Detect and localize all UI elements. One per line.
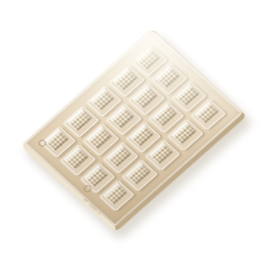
cavity-well — [110, 106, 135, 129]
cavity-well — [136, 48, 161, 71]
cavity-well — [64, 147, 89, 170]
cavity-well — [175, 84, 200, 107]
cavity-well — [133, 86, 158, 109]
cavity-well — [149, 142, 174, 165]
mold-cavity-grid — [24, 29, 244, 226]
cavity-well — [126, 162, 151, 185]
cavity-well — [155, 66, 180, 89]
cavity-well — [87, 127, 112, 150]
cavity-well — [194, 102, 219, 125]
cavity-well — [106, 144, 131, 167]
cavity-well — [90, 89, 115, 112]
cavity-well — [129, 124, 154, 147]
cavity-well — [67, 109, 92, 132]
cavity-well — [84, 165, 109, 188]
cavity-well — [113, 68, 138, 91]
cavity-well — [152, 104, 177, 127]
cavity-well — [45, 129, 70, 152]
cavity-well — [103, 183, 128, 206]
photo-stage: Nº 2082 2 — [0, 0, 259, 259]
chocolate-mold-tray: Nº 2082 2 — [20, 28, 248, 233]
cavity-well — [171, 122, 196, 145]
